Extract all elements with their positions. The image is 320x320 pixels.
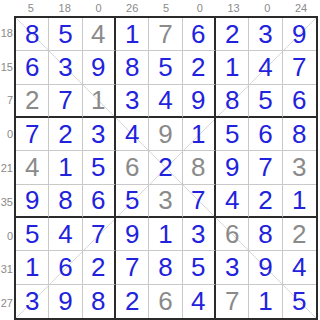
cell-r4c7[interactable]: 5 xyxy=(216,118,249,151)
cell-r2c5[interactable]: 5 xyxy=(149,51,182,84)
cell-r2c7[interactable]: 1 xyxy=(216,51,249,84)
cell-r5c6[interactable]: 8 xyxy=(183,151,216,184)
cell-r5c3[interactable]: 5 xyxy=(83,151,116,184)
cell-r9c8[interactable]: 1 xyxy=(249,285,282,318)
cell-r3c4[interactable]: 3 xyxy=(116,85,149,118)
cell-r4c8[interactable]: 6 xyxy=(249,118,282,151)
cell-r7c7[interactable]: 6 xyxy=(216,218,249,251)
left-clue-r1: 18 xyxy=(0,16,14,50)
top-clue-c8: 0 xyxy=(250,0,284,16)
left-clue-r2: 15 xyxy=(0,50,14,84)
cell-r8c4[interactable]: 7 xyxy=(116,251,149,284)
cell-r4c5[interactable]: 9 xyxy=(149,118,182,151)
top-clue-c2: 18 xyxy=(48,0,82,16)
cell-r5c8[interactable]: 7 xyxy=(249,151,282,184)
sandwich-clues-left: 181570213503127 xyxy=(0,16,14,320)
cell-r5c9[interactable]: 3 xyxy=(283,151,316,184)
cell-r4c9[interactable]: 8 xyxy=(283,118,316,151)
cell-r5c2[interactable]: 1 xyxy=(49,151,82,184)
cell-r6c8[interactable]: 2 xyxy=(249,185,282,218)
left-clue-r8: 31 xyxy=(0,252,14,286)
cell-grid: 8541762396398521472713498567234915684156… xyxy=(16,18,316,318)
cell-r5c7[interactable]: 9 xyxy=(216,151,249,184)
cell-r7c1[interactable]: 5 xyxy=(16,218,49,251)
cell-r8c1[interactable]: 1 xyxy=(16,251,49,284)
cell-r2c4[interactable]: 8 xyxy=(116,51,149,84)
cell-r4c1[interactable]: 7 xyxy=(16,118,49,151)
cell-r8c7[interactable]: 3 xyxy=(216,251,249,284)
cell-r1c9[interactable]: 9 xyxy=(283,18,316,51)
cell-r9c3[interactable]: 8 xyxy=(83,285,116,318)
left-clue-r5: 21 xyxy=(0,151,14,185)
cell-r3c2[interactable]: 7 xyxy=(49,85,82,118)
cell-r8c9[interactable]: 4 xyxy=(283,251,316,284)
left-clue-r9: 27 xyxy=(0,286,14,320)
cell-r8c3[interactable]: 2 xyxy=(83,251,116,284)
cell-r1c6[interactable]: 6 xyxy=(183,18,216,51)
cell-r7c3[interactable]: 7 xyxy=(83,218,116,251)
cell-r4c2[interactable]: 2 xyxy=(49,118,82,151)
top-clue-c1: 5 xyxy=(14,0,48,16)
left-clue-r7: 0 xyxy=(0,219,14,253)
cell-r1c5[interactable]: 7 xyxy=(149,18,182,51)
top-clue-c6: 0 xyxy=(183,0,217,16)
top-clue-c7: 13 xyxy=(217,0,251,16)
cell-r9c2[interactable]: 9 xyxy=(49,285,82,318)
cell-r6c4[interactable]: 5 xyxy=(116,185,149,218)
cell-r2c8[interactable]: 4 xyxy=(249,51,282,84)
cell-r1c7[interactable]: 2 xyxy=(216,18,249,51)
cell-r2c9[interactable]: 7 xyxy=(283,51,316,84)
sandwich-clues-top: 5180265013024 xyxy=(14,0,318,16)
cell-r7c6[interactable]: 3 xyxy=(183,218,216,251)
cell-r5c1[interactable]: 4 xyxy=(16,151,49,184)
cell-r5c4[interactable]: 6 xyxy=(116,151,149,184)
cell-r3c7[interactable]: 8 xyxy=(216,85,249,118)
cell-r1c2[interactable]: 5 xyxy=(49,18,82,51)
cell-r3c1[interactable]: 2 xyxy=(16,85,49,118)
top-clue-c9: 24 xyxy=(284,0,318,16)
cell-r6c6[interactable]: 7 xyxy=(183,185,216,218)
cell-r7c8[interactable]: 8 xyxy=(249,218,282,251)
cell-r7c4[interactable]: 9 xyxy=(116,218,149,251)
cell-r9c4[interactable]: 2 xyxy=(116,285,149,318)
cell-r8c5[interactable]: 8 xyxy=(149,251,182,284)
left-clue-r6: 35 xyxy=(0,185,14,219)
cell-r6c2[interactable]: 8 xyxy=(49,185,82,218)
cell-r2c1[interactable]: 6 xyxy=(16,51,49,84)
cell-r3c3[interactable]: 1 xyxy=(83,85,116,118)
cell-r3c8[interactable]: 5 xyxy=(249,85,282,118)
left-clue-r3: 7 xyxy=(0,84,14,118)
cell-r6c3[interactable]: 6 xyxy=(83,185,116,218)
cell-r7c9[interactable]: 2 xyxy=(283,218,316,251)
cell-r3c5[interactable]: 4 xyxy=(149,85,182,118)
cell-r6c7[interactable]: 4 xyxy=(216,185,249,218)
sandwich-sudoku-x-app: { "game": "sandwich-sudoku-x (sudoku wit… xyxy=(0,0,320,320)
cell-r1c8[interactable]: 3 xyxy=(249,18,282,51)
cell-r5c5[interactable]: 2 xyxy=(149,151,182,184)
cell-r7c5[interactable]: 1 xyxy=(149,218,182,251)
cell-r6c5[interactable]: 3 xyxy=(149,185,182,218)
cell-r9c6[interactable]: 4 xyxy=(183,285,216,318)
cell-r8c8[interactable]: 9 xyxy=(249,251,282,284)
cell-r8c6[interactable]: 5 xyxy=(183,251,216,284)
sudoku-board: 8541762396398521472713498567234915684156… xyxy=(14,16,318,320)
cell-r4c4[interactable]: 4 xyxy=(116,118,149,151)
cell-r4c3[interactable]: 3 xyxy=(83,118,116,151)
cell-r9c5[interactable]: 6 xyxy=(149,285,182,318)
top-clue-c4: 26 xyxy=(115,0,149,16)
cell-r2c6[interactable]: 2 xyxy=(183,51,216,84)
cell-r4c6[interactable]: 1 xyxy=(183,118,216,151)
cell-r1c3[interactable]: 4 xyxy=(83,18,116,51)
cell-r6c9[interactable]: 1 xyxy=(283,185,316,218)
left-clue-r4: 0 xyxy=(0,117,14,151)
top-clue-c3: 0 xyxy=(82,0,116,16)
cell-r6c1[interactable]: 9 xyxy=(16,185,49,218)
cell-r9c7[interactable]: 7 xyxy=(216,285,249,318)
cell-r3c9[interactable]: 6 xyxy=(283,85,316,118)
cell-r9c1[interactable]: 3 xyxy=(16,285,49,318)
cell-r1c4[interactable]: 1 xyxy=(116,18,149,51)
cell-r3c6[interactable]: 9 xyxy=(183,85,216,118)
cell-r2c2[interactable]: 3 xyxy=(49,51,82,84)
cell-r1c1[interactable]: 8 xyxy=(16,18,49,51)
cell-r8c2[interactable]: 6 xyxy=(49,251,82,284)
top-clue-c5: 5 xyxy=(149,0,183,16)
cell-r9c9[interactable]: 5 xyxy=(283,285,316,318)
cell-r2c3[interactable]: 9 xyxy=(83,51,116,84)
cell-r7c2[interactable]: 4 xyxy=(49,218,82,251)
